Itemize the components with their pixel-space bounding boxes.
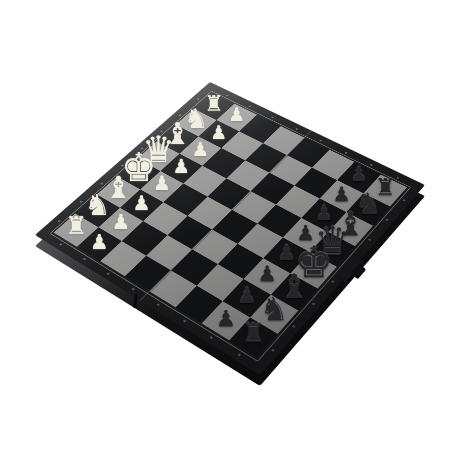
frame-mark — [320, 139, 323, 141]
frame-mark — [196, 98, 199, 100]
frame-mark — [370, 164, 373, 166]
frame-mark — [131, 287, 135, 290]
frame-mark — [238, 353, 242, 356]
frame-mark — [272, 116, 275, 118]
frame-mark — [396, 176, 399, 178]
frame-mark — [178, 114, 181, 116]
frame-mark — [248, 105, 251, 107]
frame-mark — [60, 243, 64, 246]
frame-mark — [402, 199, 405, 202]
frame-mark — [271, 348, 275, 351]
frame-mark — [295, 128, 298, 130]
frame-mark — [345, 151, 348, 153]
frame-mark — [183, 319, 187, 322]
frame-mark — [140, 147, 143, 149]
frame-mark — [291, 325, 295, 328]
frame-mark — [57, 219, 60, 222]
frame-mark — [83, 257, 87, 260]
chessboard — [35, 82, 425, 375]
frame-mark — [120, 164, 123, 166]
frame-mark — [210, 336, 214, 339]
frame-mark — [385, 218, 388, 221]
chess-set-photo: ♜♞♝♛♚♝♞♜♟♟♟♟♟♟♟♟♟♟♟♟♟♟♟♟♜♞♝♛♚♝♞♜ — [0, 0, 458, 458]
frame-mark — [79, 201, 82, 203]
board-grid — [54, 93, 407, 358]
frame-mark — [157, 303, 161, 306]
frame-mark — [367, 238, 371, 241]
frame-mark — [331, 280, 335, 283]
frame-mark — [311, 302, 315, 305]
frame-mark — [100, 182, 103, 184]
frame-mark — [226, 94, 229, 96]
frame-mark — [159, 130, 162, 132]
frame-mark — [107, 272, 111, 275]
